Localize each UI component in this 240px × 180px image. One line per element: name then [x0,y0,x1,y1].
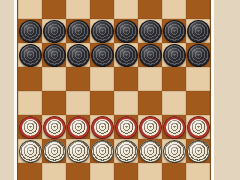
dark-piece[interactable] [139,20,162,43]
board-square[interactable] [66,67,90,91]
board-square[interactable] [186,67,210,91]
board-square[interactable] [18,163,42,180]
dark-piece[interactable] [115,20,138,43]
board-square[interactable] [18,0,42,19]
dark-piece[interactable] [91,20,114,43]
app-background: { "game": "checkers (Turkish draughts / … [0,0,240,180]
board-square[interactable] [162,115,186,139]
board-square[interactable] [90,115,114,139]
dark-piece[interactable] [115,44,138,67]
dark-piece[interactable] [67,44,90,67]
board-square[interactable] [42,67,66,91]
board-square[interactable] [162,91,186,115]
board-square[interactable] [66,19,90,43]
red-rimmed-light-piece[interactable] [43,116,66,139]
board-square[interactable] [18,19,42,43]
red-rimmed-light-piece[interactable] [19,116,42,139]
board-square[interactable] [138,0,162,19]
board-square[interactable] [42,0,66,19]
board-square[interactable] [114,139,138,163]
board-square[interactable] [42,19,66,43]
board-square[interactable] [42,91,66,115]
dark-piece[interactable] [19,20,42,43]
board-frame-right-strip [211,0,214,180]
board-square[interactable] [90,43,114,67]
dark-piece[interactable] [163,44,186,67]
dark-piece[interactable] [67,20,90,43]
board-square[interactable] [186,163,210,180]
board-square[interactable] [114,67,138,91]
light-piece[interactable] [115,140,138,163]
red-rimmed-light-piece[interactable] [67,116,90,139]
checkers-board [17,0,211,180]
board-square[interactable] [138,19,162,43]
board-square[interactable] [18,139,42,163]
board-square[interactable] [162,67,186,91]
board-square[interactable] [66,0,90,19]
board-square[interactable] [90,139,114,163]
board-square[interactable] [18,115,42,139]
board-square[interactable] [90,91,114,115]
board-square[interactable] [186,91,210,115]
board-square[interactable] [66,91,90,115]
board-square[interactable] [66,139,90,163]
dark-piece[interactable] [91,44,114,67]
board-square[interactable] [66,115,90,139]
board-square[interactable] [186,43,210,67]
board-square[interactable] [42,163,66,180]
board-square[interactable] [18,91,42,115]
board-square[interactable] [114,91,138,115]
light-piece[interactable] [163,140,186,163]
board-square[interactable] [114,19,138,43]
board-square[interactable] [90,0,114,19]
board-square[interactable] [90,163,114,180]
dark-piece[interactable] [19,44,42,67]
board-square[interactable] [186,115,210,139]
board-square[interactable] [138,139,162,163]
board-square[interactable] [42,115,66,139]
board-square[interactable] [138,67,162,91]
board-square[interactable] [66,43,90,67]
red-rimmed-light-piece[interactable] [187,116,210,139]
board-square[interactable] [114,43,138,67]
board-square[interactable] [186,139,210,163]
board-square[interactable] [90,67,114,91]
light-piece[interactable] [91,140,114,163]
board-square[interactable] [18,67,42,91]
dark-piece[interactable] [163,20,186,43]
red-rimmed-light-piece[interactable] [139,116,162,139]
board-square[interactable] [114,115,138,139]
board-square[interactable] [162,163,186,180]
light-piece[interactable] [43,140,66,163]
board-square[interactable] [18,43,42,67]
red-rimmed-light-piece[interactable] [163,116,186,139]
board-square[interactable] [162,0,186,19]
light-piece[interactable] [139,140,162,163]
board-square[interactable] [138,115,162,139]
board-square[interactable] [186,0,210,19]
board-square[interactable] [162,19,186,43]
board-square[interactable] [42,139,66,163]
dark-piece[interactable] [187,20,210,43]
board-square[interactable] [162,139,186,163]
board-square[interactable] [138,91,162,115]
board-square[interactable] [186,19,210,43]
dark-piece[interactable] [187,44,210,67]
red-rimmed-light-piece[interactable] [115,116,138,139]
light-piece[interactable] [19,140,42,163]
board-square[interactable] [114,163,138,180]
board-square[interactable] [138,43,162,67]
light-piece[interactable] [67,140,90,163]
board-square[interactable] [162,43,186,67]
dark-piece[interactable] [139,44,162,67]
board-square[interactable] [42,43,66,67]
board-square[interactable] [66,163,90,180]
red-rimmed-light-piece[interactable] [91,116,114,139]
board-square[interactable] [114,0,138,19]
dark-piece[interactable] [43,20,66,43]
dark-piece[interactable] [43,44,66,67]
light-piece[interactable] [187,140,210,163]
board-square[interactable] [90,19,114,43]
board-square[interactable] [138,163,162,180]
